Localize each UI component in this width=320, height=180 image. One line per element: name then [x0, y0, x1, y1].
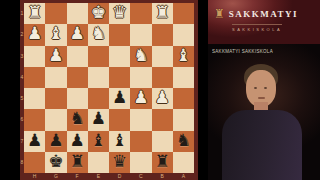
video-frame[interactable]: 12345678 ♜♚♛♜♟♝♟♞♟♞♝♟♟♟♞♟♟♟♟♝♝♞♚♜♛♜ HGFE…	[0, 0, 320, 180]
piece-white-knight: ♞	[91, 24, 106, 44]
piece-black-knight: ♞	[176, 131, 191, 151]
piece-white-pawn: ♟	[27, 24, 42, 44]
piece-black-pawn: ♟	[48, 131, 63, 151]
square-b6	[152, 109, 173, 130]
square-d7: ♝	[109, 131, 130, 152]
piece-black-king: ♚	[48, 152, 63, 172]
square-g1	[45, 3, 66, 24]
piece-black-pawn: ♟	[70, 131, 85, 151]
piece-white-knight: ♞	[133, 46, 148, 66]
piece-black-pawn: ♟	[27, 131, 42, 151]
square-e5	[88, 88, 109, 109]
square-b2	[152, 24, 173, 45]
channel-subtitle: SAKKISKOLA	[232, 24, 282, 32]
square-h6	[24, 109, 45, 130]
square-d8: ♛	[109, 152, 130, 173]
square-h1: ♜	[24, 3, 45, 24]
square-e8	[88, 152, 109, 173]
file-label: C	[130, 173, 151, 180]
piece-white-pawn: ♟	[70, 24, 85, 44]
square-b5: ♟	[152, 88, 173, 109]
rook-column-icon: ♜	[214, 7, 225, 21]
square-d3	[109, 46, 130, 67]
square-b7	[152, 131, 173, 152]
square-h5	[24, 88, 45, 109]
right-panel: ♜ SAKKMATYI SAKKISKOLA SAKKMATYI SAKKISK…	[208, 0, 320, 180]
square-g7: ♟	[45, 131, 66, 152]
square-b4	[152, 67, 173, 88]
square-a7: ♞	[173, 131, 194, 152]
square-h2: ♟	[24, 24, 45, 45]
file-label: E	[88, 173, 109, 180]
piece-white-rook: ♜	[155, 3, 170, 23]
square-a5	[173, 88, 194, 109]
square-f7: ♟	[67, 131, 88, 152]
square-e1: ♚	[88, 3, 109, 24]
presenter-mouth	[258, 97, 265, 99]
presenter-eye	[264, 87, 267, 89]
square-e6: ♟	[88, 109, 109, 130]
file-labels: HGFEDCBA	[24, 173, 194, 180]
square-f5	[67, 88, 88, 109]
piece-black-pawn: ♟	[112, 88, 127, 108]
square-c5: ♟	[130, 88, 151, 109]
piece-white-pawn: ♟	[48, 46, 63, 66]
file-label: G	[45, 173, 66, 180]
square-c3: ♞	[130, 46, 151, 67]
piece-black-rook: ♜	[155, 152, 170, 172]
file-label: F	[67, 173, 88, 180]
piece-white-pawn: ♟	[133, 88, 148, 108]
square-c7	[130, 131, 151, 152]
presenter-eye	[254, 87, 257, 89]
file-label: D	[109, 173, 130, 180]
square-b3	[152, 46, 173, 67]
square-c8	[130, 152, 151, 173]
square-g2: ♝	[45, 24, 66, 45]
chess-board-frame: 12345678 ♜♚♛♜♟♝♟♞♟♞♝♟♟♟♞♟♟♟♟♝♝♞♚♜♛♜ HGFE…	[20, 0, 198, 180]
square-e2: ♞	[88, 24, 109, 45]
square-f8: ♜	[67, 152, 88, 173]
square-g5	[45, 88, 66, 109]
piece-black-queen: ♛	[112, 152, 127, 172]
square-a3: ♝	[173, 46, 194, 67]
piece-black-bishop: ♝	[112, 131, 127, 151]
piece-white-bishop: ♝	[176, 46, 191, 66]
webcam-view	[208, 44, 320, 180]
channel-logo: ♜ SAKKMATYI SAKKISKOLA	[208, 0, 320, 44]
file-label: H	[24, 173, 45, 180]
square-h3	[24, 46, 45, 67]
square-a1	[173, 3, 194, 24]
square-f2: ♟	[67, 24, 88, 45]
presenter-torso	[222, 110, 302, 180]
square-a2	[173, 24, 194, 45]
piece-black-bishop: ♝	[91, 131, 106, 151]
square-c4	[130, 67, 151, 88]
square-e4	[88, 67, 109, 88]
square-e3	[88, 46, 109, 67]
square-e7: ♝	[88, 131, 109, 152]
piece-white-rook: ♜	[27, 3, 42, 23]
square-f4	[67, 67, 88, 88]
square-d5: ♟	[109, 88, 130, 109]
square-a8	[173, 152, 194, 173]
square-g6	[45, 109, 66, 130]
square-c6	[130, 109, 151, 130]
square-d1: ♛	[109, 3, 130, 24]
square-d6	[109, 109, 130, 130]
square-g3: ♟	[45, 46, 66, 67]
square-a4	[173, 67, 194, 88]
piece-white-bishop: ♝	[48, 24, 63, 44]
piece-black-rook: ♜	[70, 152, 85, 172]
square-f1	[67, 3, 88, 24]
piece-white-queen: ♛	[112, 3, 127, 23]
square-f3	[67, 46, 88, 67]
piece-white-pawn: ♟	[155, 88, 170, 108]
square-d2	[109, 24, 130, 45]
square-h4	[24, 67, 45, 88]
square-h7: ♟	[24, 131, 45, 152]
piece-black-knight: ♞	[70, 109, 85, 129]
square-b8: ♜	[152, 152, 173, 173]
square-f6: ♞	[67, 109, 88, 130]
caption-text: SAKKMATYI SAKKISKOLA	[212, 49, 273, 54]
square-a6	[173, 109, 194, 130]
piece-white-king: ♚	[91, 3, 106, 23]
square-c2	[130, 24, 151, 45]
square-g4	[45, 67, 66, 88]
file-label: A	[173, 173, 194, 180]
file-label: B	[152, 173, 173, 180]
chess-board: ♜♚♛♜♟♝♟♞♟♞♝♟♟♟♞♟♟♟♟♝♝♞♚♜♛♜	[24, 3, 194, 173]
piece-black-pawn: ♟	[91, 109, 106, 129]
channel-title: SAKKMATYI	[229, 9, 298, 19]
square-c1	[130, 3, 151, 24]
square-b1: ♜	[152, 3, 173, 24]
square-d4	[109, 67, 130, 88]
square-h8	[24, 152, 45, 173]
square-g8: ♚	[45, 152, 66, 173]
